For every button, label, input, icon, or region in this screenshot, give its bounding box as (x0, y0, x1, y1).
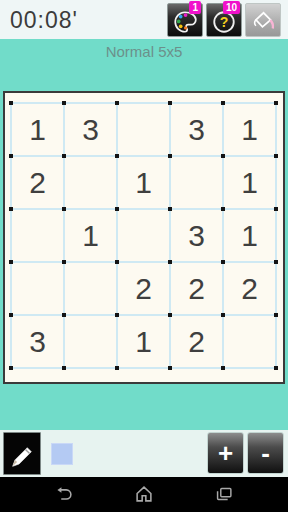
recents-icon (213, 493, 235, 508)
palette-button[interactable]: 1 (167, 3, 203, 37)
grid-dot (274, 101, 278, 105)
back-icon (53, 493, 75, 508)
cell-r3c2[interactable]: 1 (64, 209, 117, 262)
palette-badge: 1 (189, 1, 201, 14)
grid-dot (168, 207, 172, 211)
cell-r1c5[interactable]: 1 (223, 103, 276, 156)
cell-r1c4[interactable]: 3 (170, 103, 223, 156)
grid-dot (221, 366, 225, 370)
grid-dot (9, 260, 13, 264)
cell-r3c1[interactable] (11, 209, 64, 262)
cell-r5c5[interactable] (223, 315, 276, 368)
grid-dot (168, 313, 172, 317)
home-button[interactable] (133, 483, 155, 505)
paint-bucket-icon (246, 9, 280, 35)
grid-dot (62, 366, 66, 370)
cell-r2c1[interactable]: 2 (11, 156, 64, 209)
grid-dot (274, 260, 278, 264)
grid-dot (62, 260, 66, 264)
recents-button[interactable] (213, 483, 235, 505)
android-nav-bar (0, 477, 288, 512)
grid-dot (274, 207, 278, 211)
grid-dot (115, 366, 119, 370)
slitherlink-board[interactable]: 1331211131222312 (3, 91, 285, 384)
grid-dot (168, 101, 172, 105)
cell-r2c4[interactable] (170, 156, 223, 209)
zoom-out-button[interactable]: - (247, 432, 284, 474)
grid-dot (9, 154, 13, 158)
app-screen: 00:08' 1 ? 10 (0, 0, 288, 512)
cell-r5c4[interactable]: 2 (170, 315, 223, 368)
clue-cells: 1331211131222312 (11, 103, 276, 368)
grid-dot (168, 366, 172, 370)
cell-r4c5[interactable]: 2 (223, 262, 276, 315)
grid-dot (62, 313, 66, 317)
paint-bucket-button[interactable] (245, 3, 281, 37)
grid-dot (221, 154, 225, 158)
grid-dot (62, 154, 66, 158)
svg-text:?: ? (220, 14, 229, 30)
grid-dot (115, 101, 119, 105)
grid-dot (115, 154, 119, 158)
home-icon (133, 493, 155, 508)
cell-r2c5[interactable]: 1 (223, 156, 276, 209)
grid-dot (168, 154, 172, 158)
grid-dot (9, 101, 13, 105)
grid-dot (115, 207, 119, 211)
pencil-tool-button[interactable] (3, 432, 41, 475)
grid-dot (221, 101, 225, 105)
current-color-swatch[interactable] (51, 443, 73, 465)
cell-r1c1[interactable]: 1 (11, 103, 64, 156)
grid-dot (9, 366, 13, 370)
grid-dot (274, 154, 278, 158)
grid-dot (115, 260, 119, 264)
top-bar: 00:08' 1 ? 10 (0, 0, 288, 39)
cell-r4c2[interactable] (64, 262, 117, 315)
cell-r1c3[interactable] (117, 103, 170, 156)
cell-r3c5[interactable]: 1 (223, 209, 276, 262)
grid-dot (62, 101, 66, 105)
grid-dot (274, 313, 278, 317)
grid-dot (9, 313, 13, 317)
cell-r3c4[interactable]: 3 (170, 209, 223, 262)
zoom-in-button[interactable]: + (207, 432, 244, 474)
cell-r2c3[interactable]: 1 (117, 156, 170, 209)
grid-dot (221, 260, 225, 264)
grid-dot (115, 313, 119, 317)
bottom-toolbar: + - (0, 430, 288, 477)
timer: 00:08' (10, 7, 78, 34)
pencil-icon (4, 443, 40, 471)
cell-r4c1[interactable] (11, 262, 64, 315)
cell-r4c3[interactable]: 2 (117, 262, 170, 315)
cell-r5c3[interactable]: 1 (117, 315, 170, 368)
grid-dot (221, 207, 225, 211)
cell-r5c2[interactable] (64, 315, 117, 368)
grid-dot (168, 260, 172, 264)
grid-dot (221, 313, 225, 317)
cell-r4c4[interactable]: 2 (170, 262, 223, 315)
cell-r2c2[interactable] (64, 156, 117, 209)
grid-dot (274, 366, 278, 370)
cell-r3c3[interactable] (117, 209, 170, 262)
cell-r5c1[interactable]: 3 (11, 315, 64, 368)
help-badge: 10 (223, 1, 240, 14)
board-grid: 1331211131222312 (10, 102, 277, 369)
grid-dot (9, 207, 13, 211)
back-button[interactable] (53, 483, 75, 505)
help-button[interactable]: ? 10 (206, 3, 242, 37)
grid-dot (62, 207, 66, 211)
cell-r1c2[interactable]: 3 (64, 103, 117, 156)
mode-label: Normal 5x5 (0, 43, 288, 60)
